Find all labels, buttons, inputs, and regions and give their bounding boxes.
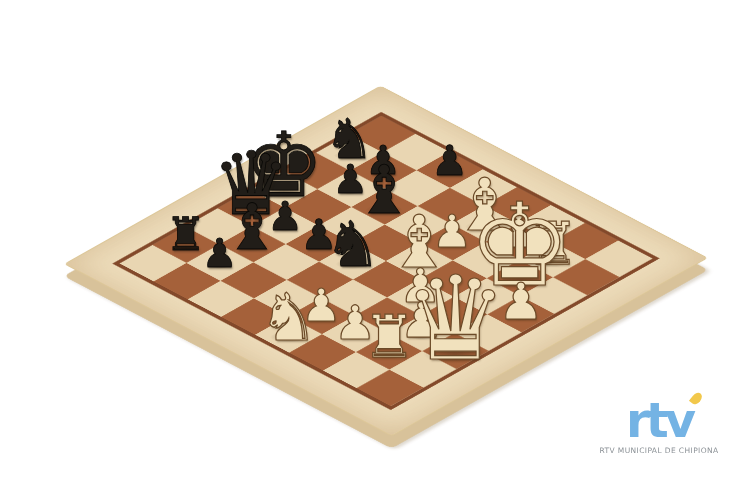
photo-stage: ♜♛♚♞♟♝♟♟♟♟♝♟♞♞♟♝♟♝♟♟♟♜♟♚♜♛♟ rtv RTV MUNI… [0, 0, 746, 481]
rtv-logo-text: rtv [626, 392, 692, 448]
board-grid [112, 112, 659, 410]
watermark-logo: rtv RTV MUNICIPAL DE CHIPIONA [598, 396, 720, 455]
board-anchor [121, 0, 651, 481]
chess-board [64, 85, 709, 436]
rtv-logo-mark: rtv [626, 396, 692, 444]
